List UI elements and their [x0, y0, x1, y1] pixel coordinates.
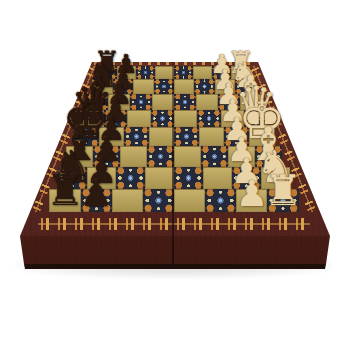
board-square — [174, 110, 197, 128]
board-square — [124, 127, 149, 146]
board-square — [93, 146, 120, 167]
board-square — [99, 127, 124, 146]
board-square — [58, 167, 87, 189]
board-square — [203, 167, 232, 189]
board-square — [143, 189, 174, 213]
board-square — [152, 94, 174, 110]
fold-seam — [172, 62, 174, 236]
board-square — [116, 167, 145, 189]
board-square — [193, 66, 212, 79]
board-square — [196, 94, 218, 110]
ornament-border-bottom — [38, 218, 310, 230]
board-square — [174, 79, 194, 94]
board-square — [201, 146, 228, 167]
board-square — [267, 189, 298, 213]
board-square — [127, 110, 150, 128]
board-square — [199, 127, 224, 146]
chess-set-product-photo: ♜♟♟♜♞♟♟♞♝♟♟♝♛♟♟♛♚♟♟♚♝♟♟♝♞♟♟♞♜♟♟♜ — [0, 0, 348, 348]
board-square — [73, 127, 98, 146]
board-square — [117, 66, 136, 79]
board-square — [236, 189, 267, 213]
board-square — [108, 94, 130, 110]
board-square — [49, 189, 80, 213]
board-square — [98, 66, 117, 79]
board-square — [92, 79, 112, 94]
board-square — [221, 110, 244, 128]
board-square — [133, 79, 153, 94]
board-square — [174, 146, 201, 167]
board-square — [240, 94, 262, 110]
board-square — [130, 94, 152, 110]
board-square — [136, 66, 155, 79]
board-square — [66, 146, 93, 167]
board-square — [154, 79, 174, 94]
board-square — [231, 66, 250, 79]
board-square — [81, 189, 112, 213]
ornament-border-top — [94, 62, 254, 65]
board-square — [149, 127, 174, 146]
board-square — [80, 110, 103, 128]
board-square — [255, 146, 282, 167]
board-square — [174, 167, 203, 189]
board-square — [212, 66, 231, 79]
board-square — [112, 189, 143, 213]
board-square — [249, 127, 274, 146]
board-square — [261, 167, 290, 189]
board-square — [205, 189, 236, 213]
board-square — [235, 79, 255, 94]
box-front-seam — [172, 236, 174, 265]
board-square — [197, 110, 220, 128]
board-square — [218, 94, 240, 110]
board-square — [224, 127, 249, 146]
board-square — [174, 127, 199, 146]
board-square — [244, 110, 267, 128]
board-square — [174, 66, 193, 79]
board-square — [104, 110, 127, 128]
board-square — [194, 79, 214, 94]
board-square — [151, 110, 174, 128]
board-square — [147, 146, 174, 167]
board-square — [87, 94, 109, 110]
board-square — [87, 167, 116, 189]
board-square — [215, 79, 235, 94]
board-square — [228, 146, 255, 167]
board-square — [120, 146, 147, 167]
board-square — [174, 94, 196, 110]
board-square — [145, 167, 174, 189]
board-square — [113, 79, 133, 94]
board-square — [174, 189, 205, 213]
board-square — [232, 167, 261, 189]
